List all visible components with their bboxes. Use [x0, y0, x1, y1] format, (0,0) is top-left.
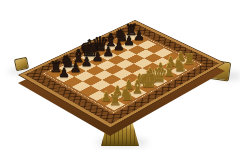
product-photo-stage: ♜♞♝♛♚♝♞♜♟♟♟♟♟♟♟♟♟♟♟♟♟♟♟♟♜♞♝♛♚♝♞♜ — [0, 0, 240, 150]
piece-black-pawn[interactable]: ♟ — [58, 66, 70, 79]
piece-black-pawn[interactable]: ♟ — [103, 44, 115, 57]
piece-black-pawn[interactable]: ♟ — [70, 61, 82, 74]
piece-black-pawn[interactable]: ♟ — [123, 34, 135, 47]
piece-black-pawn[interactable]: ♟ — [81, 55, 93, 68]
piece-black-pawn[interactable]: ♟ — [92, 50, 104, 63]
piece-black-pawn[interactable]: ♟ — [113, 39, 125, 52]
piece-white-rook[interactable]: ♜ — [108, 93, 121, 108]
